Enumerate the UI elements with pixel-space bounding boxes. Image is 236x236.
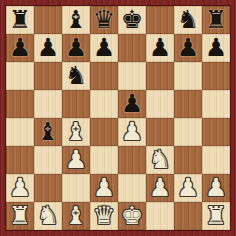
square-a7[interactable]: ♟	[6, 34, 34, 62]
square-b7[interactable]: ♟	[34, 34, 62, 62]
white-pawn-h2[interactable]: ♟	[205, 175, 227, 200]
square-b6[interactable]	[34, 62, 62, 90]
white-pawn-e4[interactable]: ♟	[121, 119, 143, 144]
square-b2[interactable]	[34, 174, 62, 202]
square-e5[interactable]: ♟	[118, 90, 146, 118]
black-king-e8[interactable]: ♚	[121, 7, 143, 32]
square-d4[interactable]	[90, 118, 118, 146]
chess-board: ♜♝♛♚♞♜♟♟♟♟♟♟♟♞♟♝♝♟♟♞♟♟♟♟♟♜♞♝♛♚♜	[6, 6, 230, 230]
square-b5[interactable]	[34, 90, 62, 118]
square-c5[interactable]	[62, 90, 90, 118]
square-a2[interactable]: ♟	[6, 174, 34, 202]
square-g4[interactable]	[174, 118, 202, 146]
square-d5[interactable]	[90, 90, 118, 118]
square-h1[interactable]: ♜	[202, 202, 230, 230]
square-b8[interactable]	[34, 6, 62, 34]
square-a8[interactable]: ♜	[6, 6, 34, 34]
black-queen-d8[interactable]: ♛	[93, 7, 115, 32]
square-a6[interactable]	[6, 62, 34, 90]
white-pawn-f2[interactable]: ♟	[149, 175, 171, 200]
square-f2[interactable]: ♟	[146, 174, 174, 202]
black-rook-a8[interactable]: ♜	[9, 7, 31, 32]
square-d7[interactable]: ♟	[90, 34, 118, 62]
square-d6[interactable]	[90, 62, 118, 90]
white-queen-d1[interactable]: ♛	[93, 203, 115, 228]
black-pawn-c7[interactable]: ♟	[65, 35, 87, 60]
square-h6[interactable]	[202, 62, 230, 90]
black-pawn-b7[interactable]: ♟	[37, 35, 59, 60]
square-f4[interactable]	[146, 118, 174, 146]
square-g2[interactable]: ♟	[174, 174, 202, 202]
square-h7[interactable]: ♟	[202, 34, 230, 62]
square-f5[interactable]	[146, 90, 174, 118]
square-h2[interactable]: ♟	[202, 174, 230, 202]
white-bishop-c1[interactable]: ♝	[65, 203, 87, 228]
square-h4[interactable]	[202, 118, 230, 146]
square-e8[interactable]: ♚	[118, 6, 146, 34]
square-g3[interactable]	[174, 146, 202, 174]
white-pawn-g2[interactable]: ♟	[177, 175, 199, 200]
square-c2[interactable]	[62, 174, 90, 202]
square-h8[interactable]: ♜	[202, 6, 230, 34]
board-frame: ♜♝♛♚♞♜♟♟♟♟♟♟♟♞♟♝♝♟♟♞♟♟♟♟♟♜♞♝♛♚♜	[0, 0, 236, 236]
white-pawn-c3[interactable]: ♟	[65, 147, 87, 172]
black-pawn-h7[interactable]: ♟	[205, 35, 227, 60]
square-a1[interactable]: ♜	[6, 202, 34, 230]
square-d3[interactable]	[90, 146, 118, 174]
white-rook-h1[interactable]: ♜	[205, 203, 227, 228]
black-knight-g8[interactable]: ♞	[177, 7, 199, 32]
black-knight-c6[interactable]: ♞	[65, 63, 87, 88]
black-pawn-d7[interactable]: ♟	[93, 35, 115, 60]
square-g1[interactable]	[174, 202, 202, 230]
square-e1[interactable]: ♚	[118, 202, 146, 230]
square-c1[interactable]: ♝	[62, 202, 90, 230]
square-h3[interactable]	[202, 146, 230, 174]
square-e7[interactable]	[118, 34, 146, 62]
white-king-e1[interactable]: ♚	[121, 203, 143, 228]
square-c6[interactable]: ♞	[62, 62, 90, 90]
black-rook-h8[interactable]: ♜	[205, 7, 227, 32]
square-e2[interactable]	[118, 174, 146, 202]
square-b3[interactable]	[34, 146, 62, 174]
white-knight-b1[interactable]: ♞	[37, 203, 59, 228]
white-bishop-c4[interactable]: ♝	[65, 119, 87, 144]
black-pawn-f7[interactable]: ♟	[149, 35, 171, 60]
square-a4[interactable]	[6, 118, 34, 146]
square-g5[interactable]	[174, 90, 202, 118]
square-e3[interactable]	[118, 146, 146, 174]
black-pawn-a7[interactable]: ♟	[9, 35, 31, 60]
square-e4[interactable]: ♟	[118, 118, 146, 146]
square-f7[interactable]: ♟	[146, 34, 174, 62]
square-c8[interactable]: ♝	[62, 6, 90, 34]
square-d2[interactable]: ♟	[90, 174, 118, 202]
square-f6[interactable]	[146, 62, 174, 90]
square-c4[interactable]: ♝	[62, 118, 90, 146]
square-c7[interactable]: ♟	[62, 34, 90, 62]
black-pawn-g7[interactable]: ♟	[177, 35, 199, 60]
white-rook-a1[interactable]: ♜	[9, 203, 31, 228]
square-g7[interactable]: ♟	[174, 34, 202, 62]
square-d1[interactable]: ♛	[90, 202, 118, 230]
white-pawn-d2[interactable]: ♟	[93, 175, 115, 200]
square-a3[interactable]	[6, 146, 34, 174]
white-knight-f3[interactable]: ♞	[149, 147, 171, 172]
square-h5[interactable]	[202, 90, 230, 118]
black-bishop-b4[interactable]: ♝	[37, 119, 59, 144]
square-f8[interactable]	[146, 6, 174, 34]
square-f3[interactable]: ♞	[146, 146, 174, 174]
black-bishop-c8[interactable]: ♝	[65, 7, 87, 32]
square-d8[interactable]: ♛	[90, 6, 118, 34]
square-b4[interactable]: ♝	[34, 118, 62, 146]
black-pawn-e5[interactable]: ♟	[121, 91, 143, 116]
white-pawn-a2[interactable]: ♟	[9, 175, 31, 200]
square-g6[interactable]	[174, 62, 202, 90]
square-c3[interactable]: ♟	[62, 146, 90, 174]
square-f1[interactable]	[146, 202, 174, 230]
square-g8[interactable]: ♞	[174, 6, 202, 34]
square-e6[interactable]	[118, 62, 146, 90]
square-a5[interactable]	[6, 90, 34, 118]
square-b1[interactable]: ♞	[34, 202, 62, 230]
